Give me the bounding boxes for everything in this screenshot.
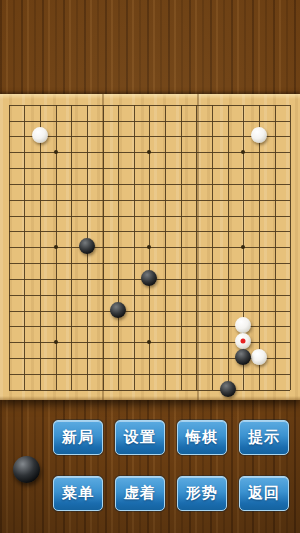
go-board[interactable] [0, 94, 300, 400]
settings-button[interactable]: 设置 [115, 420, 165, 455]
stone-black-8-14 [110, 302, 126, 318]
button-row-top: 新局 设置 悔棋 提示 [53, 420, 289, 455]
undo-button[interactable]: 悔棋 [177, 420, 227, 455]
menu-button[interactable]: 菜单 [53, 476, 103, 511]
pass-button[interactable]: 虚着 [115, 476, 165, 511]
grid-line-horizontal [9, 263, 290, 264]
new-game-button[interactable]: 新局 [53, 420, 103, 455]
grid-line-horizontal [9, 390, 290, 391]
stone-white-3-3 [32, 127, 48, 143]
star-point [54, 340, 58, 344]
stone-white-17-3 [251, 127, 267, 143]
last-move-marker [241, 339, 246, 344]
app-screen: 新局 设置 悔棋 提示 菜单 虚着 形势 返回 [0, 0, 300, 533]
hint-button[interactable]: 提示 [239, 420, 289, 455]
star-point [147, 340, 151, 344]
grid-line-vertical [228, 105, 229, 390]
grid-line-vertical [212, 105, 213, 390]
star-point [54, 245, 58, 249]
stone-black-15-19 [220, 381, 236, 397]
stone-black-6-10 [79, 238, 95, 254]
star-point [241, 245, 245, 249]
territory-button[interactable]: 形势 [177, 476, 227, 511]
grid-line-horizontal [9, 374, 290, 375]
grid-line-vertical [290, 105, 291, 390]
grid-line-vertical [165, 105, 166, 390]
grid-line-vertical [181, 105, 182, 390]
grid-line-vertical [196, 105, 197, 390]
stone-white-16-16 [235, 333, 251, 349]
grid-line-vertical [259, 105, 260, 390]
back-button[interactable]: 返回 [239, 476, 289, 511]
turn-indicator-stone [13, 456, 40, 483]
star-point [147, 245, 151, 249]
stone-white-16-15 [235, 317, 251, 333]
button-row-bottom: 菜单 虚着 形势 返回 [53, 476, 289, 511]
stone-black-16-17 [235, 349, 251, 365]
grid-line-horizontal [9, 295, 290, 296]
star-point [147, 150, 151, 154]
grid-line-vertical [275, 105, 276, 390]
grid-line-horizontal [9, 311, 290, 312]
stone-black-10-12 [141, 270, 157, 286]
star-point [241, 150, 245, 154]
star-point [54, 150, 58, 154]
stone-white-17-17 [251, 349, 267, 365]
